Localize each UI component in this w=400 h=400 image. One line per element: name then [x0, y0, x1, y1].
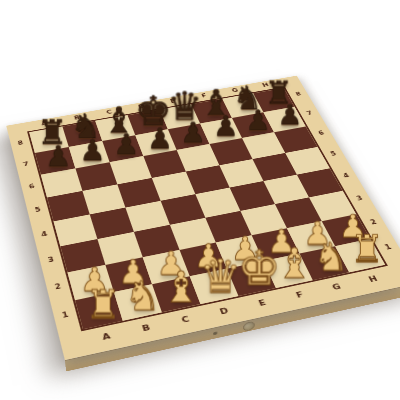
- piece-white-queen[interactable]: ♛: [200, 254, 240, 300]
- piece-white-bishop[interactable]: ♝: [275, 243, 314, 284]
- piece-white-bishop[interactable]: ♝: [161, 266, 201, 308]
- piece-white-rook[interactable]: ♜: [348, 231, 387, 268]
- piece-black-pawn[interactable]: ♟: [209, 113, 243, 141]
- square-a7[interactable]: ♟: [35, 147, 76, 175]
- piece-black-pawn[interactable]: ♟: [41, 142, 76, 171]
- piece-black-pawn[interactable]: ♟: [143, 124, 177, 153]
- screw-icon: [213, 331, 217, 335]
- piece-white-knight[interactable]: ♞: [312, 237, 351, 276]
- board-face: ABCDEFGH 87654321 ♜♞♝♚♛♝♞♜♟♟♟♟♟♟♟♟♟♟♟♟♟♟…: [6, 76, 400, 360]
- chess-set-photo: ABCDEFGH 87654321 ♜♞♝♚♛♝♞♜♟♟♟♟♟♟♟♟♟♟♟♟♟♟…: [0, 0, 400, 400]
- piece-black-pawn[interactable]: ♟: [273, 101, 307, 129]
- piece-black-pawn[interactable]: ♟: [241, 107, 275, 135]
- latch-clasp-icon: [243, 321, 255, 332]
- piece-white-knight[interactable]: ♞: [122, 276, 162, 316]
- piece-black-pawn[interactable]: ♟: [109, 130, 144, 159]
- square-a1[interactable]: ♜: [75, 292, 123, 329]
- piece-black-pawn[interactable]: ♟: [75, 136, 110, 165]
- piece-black-pawn[interactable]: ♟: [176, 119, 210, 147]
- piece-white-rook[interactable]: ♜: [83, 285, 124, 324]
- piece-white-king[interactable]: ♚: [238, 244, 277, 292]
- chess-board: ABCDEFGH 87654321 ♜♞♝♚♛♝♞♜♟♟♟♟♟♟♟♟♟♟♟♟♟♟…: [6, 76, 400, 360]
